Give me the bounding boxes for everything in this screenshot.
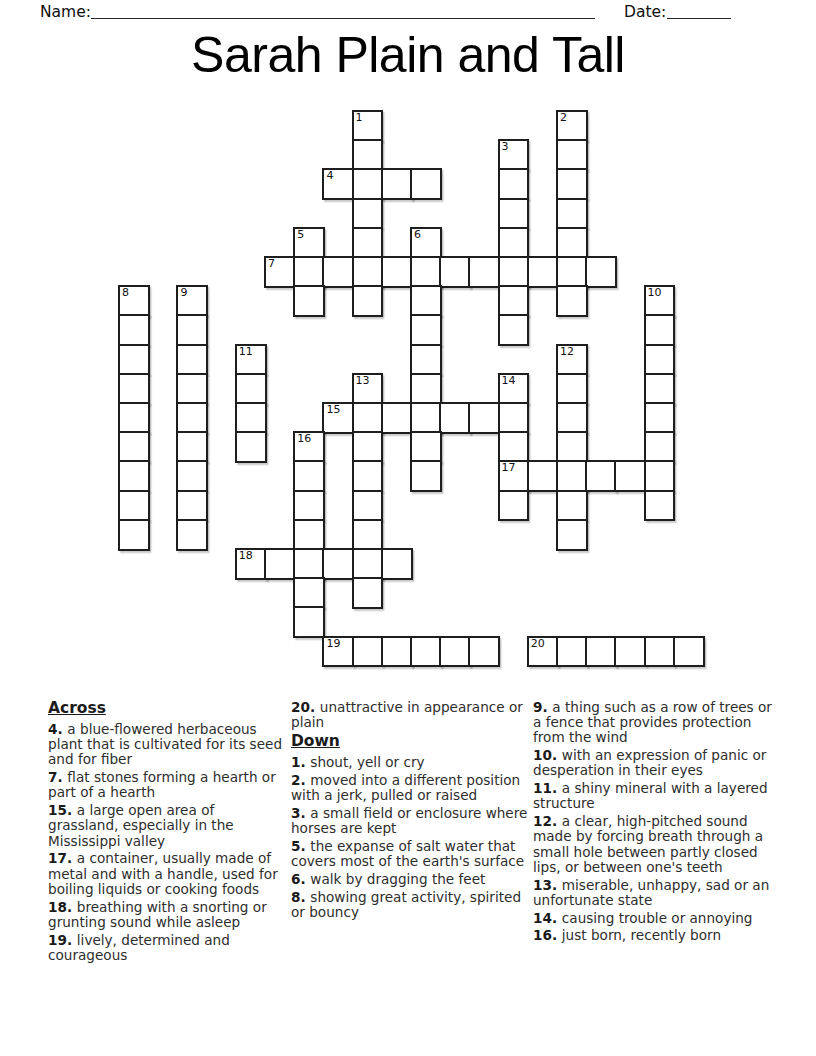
grid-cell-r18c9[interactable] — [381, 636, 413, 668]
grid-cell-r12c18[interactable] — [644, 460, 676, 492]
grid-cell-r13c18[interactable] — [644, 490, 676, 522]
clue-number-label: 20. — [291, 699, 320, 715]
grid-cell-r12c16[interactable] — [585, 460, 617, 492]
clue-number-11: 11 — [239, 346, 253, 358]
grid-cell-r7c2[interactable] — [176, 314, 208, 346]
grid-cell-r5c12[interactable] — [468, 256, 500, 288]
clue-down-8: 8. showing great activity, spirited or b… — [291, 890, 531, 920]
grid-cell-r6c2[interactable]: 9 — [176, 285, 208, 317]
grid-cell-r8c10[interactable] — [410, 344, 442, 376]
grid-cell-r9c4[interactable] — [235, 373, 267, 405]
clue-down-3: 3. a small field or enclosure where hors… — [291, 806, 531, 836]
grid-cell-r4c13[interactable] — [498, 227, 530, 259]
grid-cell-r7c18[interactable] — [644, 314, 676, 346]
grid-cell-r4c6[interactable]: 5 — [293, 227, 325, 259]
grid-cell-r1c15[interactable] — [556, 139, 588, 171]
clue-number-label: 14. — [533, 910, 562, 926]
grid-cell-r9c15[interactable] — [556, 373, 588, 405]
clue-number-6: 6 — [414, 229, 421, 241]
clue-number-14: 14 — [502, 375, 516, 387]
grid-cell-r11c13[interactable] — [498, 431, 530, 463]
grid-cell-r11c8[interactable] — [352, 431, 384, 463]
grid-cell-r12c10[interactable] — [410, 460, 442, 492]
clue-down-1: 1. shout, yell or cry — [291, 755, 531, 770]
grid-cell-r18c19[interactable] — [673, 636, 705, 668]
clue-number-1: 1 — [356, 112, 363, 124]
name-blank-line[interactable] — [91, 1, 595, 19]
grid-cell-r6c10[interactable] — [410, 285, 442, 317]
clue-number-label: 6. — [291, 871, 310, 887]
clue-number-20: 20 — [531, 638, 545, 650]
grid-cell-r4c10[interactable]: 6 — [410, 227, 442, 259]
grid-cell-r11c4[interactable] — [235, 431, 267, 463]
clue-number-label: 19. — [48, 932, 77, 948]
grid-cell-r8c4[interactable]: 11 — [235, 344, 267, 376]
grid-cell-r13c0[interactable] — [118, 490, 150, 522]
grid-cell-r5c7[interactable] — [322, 256, 354, 288]
grid-cell-r3c13[interactable] — [498, 198, 530, 230]
clue-down-13: 13. miserable, unhappy, sad or an unfort… — [533, 878, 773, 908]
grid-cell-r10c0[interactable] — [118, 402, 150, 434]
grid-cell-r14c6[interactable] — [293, 519, 325, 551]
clue-number-label: 7. — [48, 769, 67, 785]
grid-cell-r8c0[interactable] — [118, 344, 150, 376]
clue-number-10: 10 — [648, 287, 662, 299]
page-title: Sarah Plain and Tall — [0, 27, 816, 85]
grid-cell-r18c7[interactable]: 19 — [322, 636, 354, 668]
clue-number-label: 11. — [533, 780, 562, 796]
grid-cell-r11c18[interactable] — [644, 431, 676, 463]
grid-cell-r2c7[interactable]: 4 — [322, 168, 354, 200]
grid-cell-r12c6[interactable] — [293, 460, 325, 492]
clue-down-9: 9. a thing such as a row of trees or a f… — [533, 700, 773, 746]
grid-cell-r0c15[interactable]: 2 — [556, 110, 588, 142]
clue-down-12: 12. a clear, high-pitched sound made by … — [533, 814, 773, 875]
grid-cell-r10c11[interactable] — [439, 402, 471, 434]
grid-cell-r18c14[interactable]: 20 — [527, 636, 559, 668]
grid-cell-r14c15[interactable] — [556, 519, 588, 551]
grid-cell-r13c2[interactable] — [176, 490, 208, 522]
clues-down-header: Down — [291, 733, 531, 750]
grid-cell-r16c8[interactable] — [352, 577, 384, 609]
grid-cell-r18c10[interactable] — [410, 636, 442, 668]
grid-cell-r6c6[interactable] — [293, 285, 325, 317]
clues-section: Across4. a blue-flowered herbaceous plan… — [0, 700, 816, 1000]
clue-across-15: 15. a large open area of grassland, espe… — [48, 803, 288, 849]
grid-cell-r12c15[interactable] — [556, 460, 588, 492]
grid-cell-r15c4[interactable]: 18 — [235, 548, 267, 580]
grid-cell-r6c13[interactable] — [498, 285, 530, 317]
clue-number-2: 2 — [560, 112, 567, 124]
clue-number-12: 12 — [560, 346, 574, 358]
clues-column-3: 9. a thing such as a row of trees or a f… — [533, 700, 773, 946]
grid-cell-r15c6[interactable] — [293, 548, 325, 580]
grid-cell-r13c8[interactable] — [352, 490, 384, 522]
grid-cell-r15c9[interactable] — [381, 548, 413, 580]
grid-cell-r2c9[interactable] — [381, 168, 413, 200]
grid-cell-r18c15[interactable] — [556, 636, 588, 668]
grid-cell-r8c2[interactable] — [176, 344, 208, 376]
clue-number-label: 2. — [291, 772, 310, 788]
grid-cell-r13c6[interactable] — [293, 490, 325, 522]
grid-cell-r6c0[interactable]: 8 — [118, 285, 150, 317]
grid-cell-r6c18[interactable]: 10 — [644, 285, 676, 317]
clue-across-20: 20. unattractive in appearance or plain — [291, 700, 531, 730]
clues-column-2: 20. unattractive in appearance or plainD… — [291, 700, 531, 923]
grid-cell-r5c6[interactable] — [293, 256, 325, 288]
grid-cell-r18c17[interactable] — [614, 636, 646, 668]
clue-across-19: 19. lively, determined and courageous — [48, 933, 288, 963]
clue-number-5: 5 — [297, 229, 304, 241]
grid-cell-r5c14[interactable] — [527, 256, 559, 288]
clue-number-label: 16. — [533, 927, 562, 943]
grid-cell-r8c18[interactable] — [644, 344, 676, 376]
grid-cell-r5c5[interactable]: 7 — [264, 256, 296, 288]
grid-cell-r10c15[interactable] — [556, 402, 588, 434]
grid-cell-r10c7[interactable]: 15 — [322, 402, 354, 434]
grid-cell-r12c8[interactable] — [352, 460, 384, 492]
clue-down-16: 16. just born, recently born — [533, 928, 773, 943]
date-label: Date: — [624, 3, 666, 21]
clue-number-label: 8. — [291, 889, 310, 905]
clue-number-label: 4. — [48, 721, 67, 737]
grid-cell-r9c10[interactable] — [410, 373, 442, 405]
clue-number-label: 15. — [48, 802, 77, 818]
clue-down-5: 5. the expanse of salt water that covers… — [291, 839, 531, 869]
grid-cell-r5c9[interactable] — [381, 256, 413, 288]
grid-cell-r4c8[interactable] — [352, 227, 384, 259]
clue-across-18: 18. breathing with a snorting or gruntin… — [48, 900, 288, 930]
grid-cell-r18c11[interactable] — [439, 636, 471, 668]
grid-cell-r12c17[interactable] — [614, 460, 646, 492]
clue-number-label: 13. — [533, 877, 562, 893]
grid-cell-r8c15[interactable]: 12 — [556, 344, 588, 376]
grid-cell-r11c15[interactable] — [556, 431, 588, 463]
grid-cell-r13c15[interactable] — [556, 490, 588, 522]
grid-cell-r18c18[interactable] — [644, 636, 676, 668]
grid-cell-r11c10[interactable] — [410, 431, 442, 463]
clue-down-14: 14. causing trouble or annoying — [533, 911, 773, 926]
clue-down-2: 2. moved into a different position with … — [291, 773, 531, 803]
grid-cell-r18c8[interactable] — [352, 636, 384, 668]
grid-cell-r6c8[interactable] — [352, 285, 384, 317]
grid-cell-r9c8[interactable]: 13 — [352, 373, 384, 405]
grid-cell-r12c0[interactable] — [118, 460, 150, 492]
clue-number-19: 19 — [326, 638, 340, 650]
grid-cell-r3c15[interactable] — [556, 198, 588, 230]
clue-number-13: 13 — [356, 375, 370, 387]
grid-cell-r2c10[interactable] — [410, 168, 442, 200]
grid-cell-r12c14[interactable] — [527, 460, 559, 492]
clue-across-17: 17. a container, usually made of metal a… — [48, 851, 288, 897]
clue-number-label: 17. — [48, 850, 77, 866]
clue-down-6: 6. walk by dragging the feet — [291, 872, 531, 887]
clue-number-label: 18. — [48, 899, 77, 915]
grid-cell-r10c12[interactable] — [468, 402, 500, 434]
grid-cell-r7c0[interactable] — [118, 314, 150, 346]
clue-number-label: 3. — [291, 805, 310, 821]
clue-number-3: 3 — [502, 141, 509, 153]
clue-number-8: 8 — [122, 287, 129, 299]
grid-cell-r4c15[interactable] — [556, 227, 588, 259]
grid-cell-r7c10[interactable] — [410, 314, 442, 346]
crossword-grid: 1234567891011121314151617181920 — [118, 110, 706, 668]
grid-cell-r14c8[interactable] — [352, 519, 384, 551]
grid-cell-r9c13[interactable]: 14 — [498, 373, 530, 405]
clues-across-header: Across — [48, 700, 288, 717]
grid-cell-r18c12[interactable] — [468, 636, 500, 668]
grid-cell-r7c13[interactable] — [498, 314, 530, 346]
grid-cell-r5c8[interactable] — [352, 256, 384, 288]
grid-cell-r14c2[interactable] — [176, 519, 208, 551]
clue-number-7: 7 — [268, 258, 275, 270]
grid-cell-r10c18[interactable] — [644, 402, 676, 434]
date-blank-line[interactable] — [667, 1, 731, 19]
grid-cell-r18c16[interactable] — [585, 636, 617, 668]
clues-column-1: Across4. a blue-flowered herbaceous plan… — [48, 700, 288, 966]
grid-cell-r0c8[interactable]: 1 — [352, 110, 384, 142]
grid-cell-r9c18[interactable] — [644, 373, 676, 405]
grid-cell-r5c10[interactable] — [410, 256, 442, 288]
grid-cell-r10c8[interactable] — [352, 402, 384, 434]
clue-across-4: 4. a blue-flowered herbaceous plant that… — [48, 722, 288, 768]
grid-cell-r15c8[interactable] — [352, 548, 384, 580]
grid-cell-r2c13[interactable] — [498, 168, 530, 200]
clue-across-7: 7. flat stones forming a hearth or part … — [48, 770, 288, 800]
clue-down-10: 10. with an expression of panic or despe… — [533, 748, 773, 778]
clue-number-label: 9. — [533, 699, 552, 715]
clue-number-15: 15 — [326, 404, 340, 416]
grid-cell-r15c5[interactable] — [264, 548, 296, 580]
grid-cell-r2c15[interactable] — [556, 168, 588, 200]
grid-cell-r10c2[interactable] — [176, 402, 208, 434]
clue-number-label: 5. — [291, 838, 310, 854]
clue-number-9: 9 — [180, 287, 187, 299]
grid-cell-r10c13[interactable] — [498, 402, 530, 434]
grid-cell-r10c4[interactable] — [235, 402, 267, 434]
grid-cell-r6c15[interactable] — [556, 285, 588, 317]
grid-cell-r14c0[interactable] — [118, 519, 150, 551]
clue-number-17: 17 — [502, 462, 516, 474]
grid-cell-r9c2[interactable] — [176, 373, 208, 405]
clue-number-16: 16 — [297, 433, 311, 445]
clue-number-4: 4 — [326, 170, 333, 182]
grid-cell-r11c2[interactable] — [176, 431, 208, 463]
clue-down-11: 11. a shiny mineral with a layered struc… — [533, 781, 773, 811]
grid-cell-r10c10[interactable] — [410, 402, 442, 434]
grid-cell-r15c7[interactable] — [322, 548, 354, 580]
grid-cell-r12c13[interactable]: 17 — [498, 460, 530, 492]
grid-cell-r10c9[interactable] — [381, 402, 413, 434]
grid-cell-r12c2[interactable] — [176, 460, 208, 492]
grid-cell-r3c8[interactable] — [352, 198, 384, 230]
clue-number-label: 1. — [291, 754, 310, 770]
name-label: Name: — [40, 3, 91, 21]
grid-cell-r2c8[interactable] — [352, 168, 384, 200]
clue-number-18: 18 — [239, 550, 253, 562]
grid-cell-r5c13[interactable] — [498, 256, 530, 288]
grid-cell-r11c0[interactable] — [118, 431, 150, 463]
grid-cell-r5c11[interactable] — [439, 256, 471, 288]
grid-cell-r1c13[interactable]: 3 — [498, 139, 530, 171]
grid-cell-r5c16[interactable] — [585, 256, 617, 288]
grid-cell-r1c8[interactable] — [352, 139, 384, 171]
grid-cell-r5c15[interactable] — [556, 256, 588, 288]
grid-cell-r17c6[interactable] — [293, 606, 325, 638]
clue-number-label: 10. — [533, 747, 562, 763]
grid-cell-r9c0[interactable] — [118, 373, 150, 405]
clue-number-label: 12. — [533, 813, 562, 829]
grid-cell-r11c6[interactable]: 16 — [293, 431, 325, 463]
grid-cell-r13c13[interactable] — [498, 490, 530, 522]
grid-cell-r16c6[interactable] — [293, 577, 325, 609]
